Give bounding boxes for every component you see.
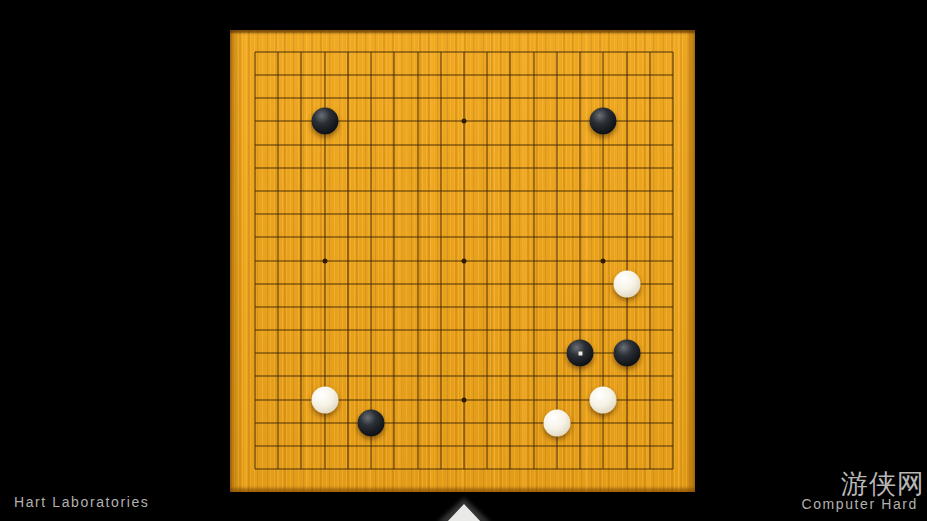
grid-line [255,353,673,354]
grid-line [556,52,557,469]
star-point [601,258,606,263]
grid-line [255,469,673,470]
stone-white-D4 [311,386,338,413]
star-point [462,258,467,263]
game-screen: Hart Laboratories Computer Hard 游侠网 [0,0,927,521]
stone-white-Q4 [590,386,617,413]
grid-line [255,329,673,330]
grid-line [255,376,673,377]
stone-black-Q16 [590,108,617,135]
grid-line [510,52,511,469]
star-point [322,258,327,263]
stone-black-R6 [613,340,640,367]
go-board [230,30,695,492]
player-name-label: Hart Laboratories [14,494,149,510]
star-point [462,119,467,124]
stone-white-R9 [613,270,640,297]
board-grid[interactable] [255,52,673,469]
last-move-marker [578,351,582,355]
grid-line [533,52,534,469]
menu-up-arrow-icon[interactable] [447,504,481,521]
stone-black-P6 [567,340,594,367]
star-point [462,397,467,402]
grid-line [255,283,673,284]
stone-black-F3 [358,409,385,436]
grid-line [649,52,650,469]
opponent-label: Computer Hard [801,496,918,512]
stone-white-O3 [543,409,570,436]
stone-black-D16 [311,108,338,135]
grid-line [673,52,674,469]
grid-line [580,52,581,469]
grid-line [255,306,673,307]
grid-line [255,445,673,446]
grid-line [487,52,488,469]
grid-line [626,52,627,469]
grid-line [255,422,673,423]
